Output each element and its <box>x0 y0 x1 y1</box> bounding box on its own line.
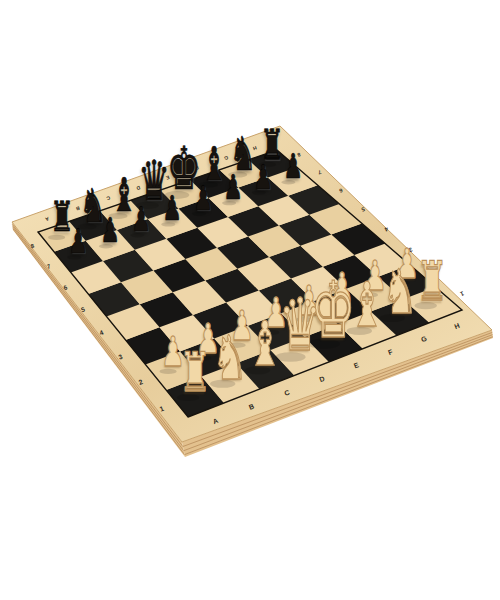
piece-shadow <box>361 292 378 297</box>
piece-shadow <box>228 172 247 178</box>
piece-shadow <box>194 356 211 361</box>
piece-shadow <box>380 314 405 322</box>
piece-shadow <box>192 212 206 216</box>
piece-shadow <box>136 202 159 209</box>
chess-set-product-photo: AABBCCDDEEFFGGHH1122334455667788 ♜♞♟♝♟♚♟… <box>0 0 500 600</box>
piece-shadow <box>245 366 270 374</box>
piece-shadow <box>130 233 144 237</box>
piece-shadow <box>252 190 266 194</box>
piece-shadow <box>281 180 295 184</box>
piece-shadow <box>67 255 81 259</box>
piece-shadow <box>414 302 437 309</box>
piece-shadow <box>259 162 276 167</box>
piece-shadow <box>328 305 345 310</box>
piece-shadow <box>48 235 65 240</box>
piece-shadow <box>177 394 200 401</box>
piece-shadow <box>160 369 177 374</box>
piece-shadow <box>222 201 236 205</box>
piece-shadow <box>262 330 279 335</box>
piece-shadow <box>78 224 97 230</box>
piece-shadow <box>347 327 372 335</box>
piece-shadow <box>275 352 305 362</box>
chess-board: AABBCCDDEEFFGGHH1122334455667788 <box>0 0 500 600</box>
piece-shadow <box>229 343 246 348</box>
piece-shadow <box>165 191 190 199</box>
piece-shadow <box>393 280 410 285</box>
piece-shadow <box>99 244 113 248</box>
rank-label-right-1: 1 <box>459 290 465 298</box>
piece-shadow <box>199 182 218 188</box>
piece-shadow <box>308 339 340 349</box>
piece-shadow <box>296 317 313 322</box>
piece-shadow <box>161 222 175 226</box>
piece-shadow <box>210 380 235 388</box>
piece-shadow <box>108 213 127 219</box>
